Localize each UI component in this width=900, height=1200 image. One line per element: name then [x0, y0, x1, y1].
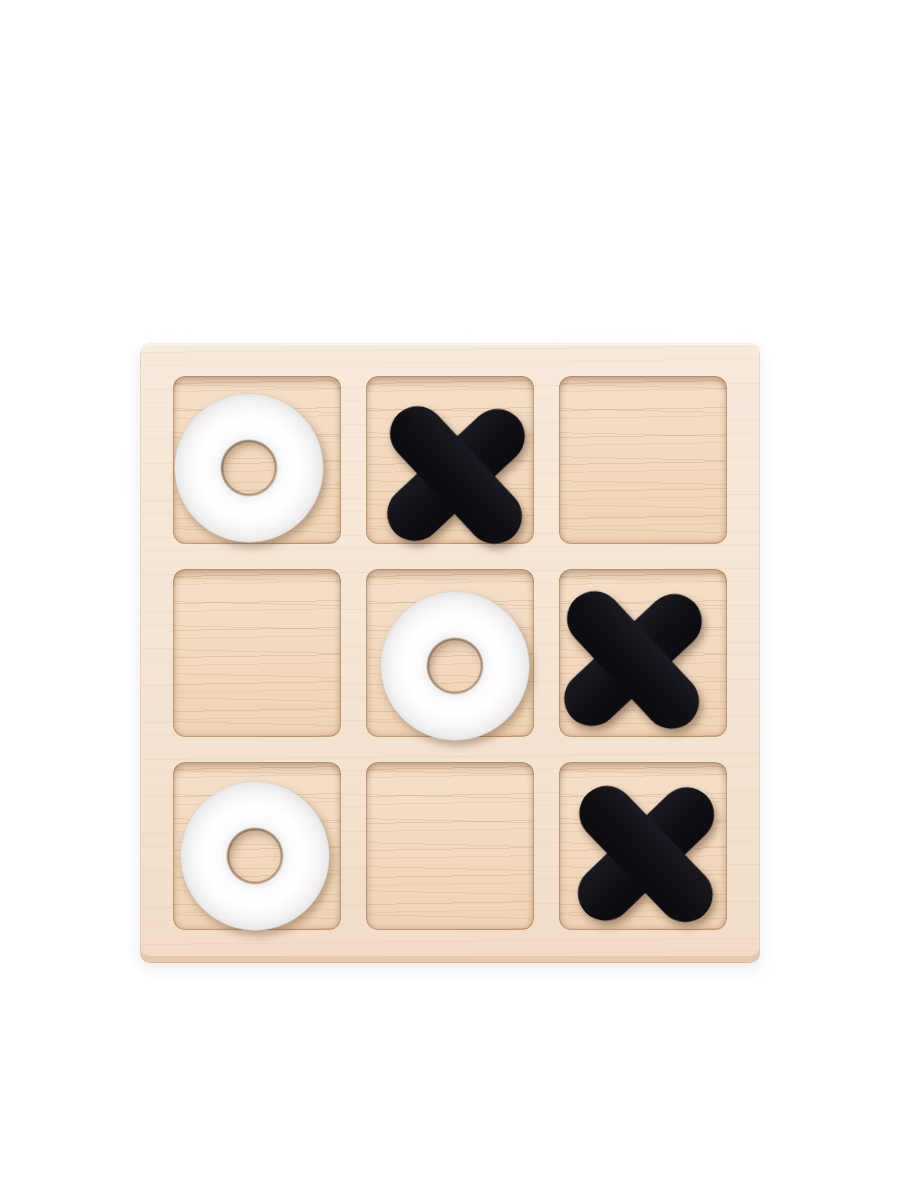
cell-r1c1[interactable]	[173, 376, 341, 544]
cell-r1c3[interactable]	[559, 376, 727, 544]
piece-o-ring[interactable]	[380, 591, 530, 741]
piece-o-ring[interactable]	[180, 781, 330, 931]
cell-r3c2[interactable]	[366, 762, 534, 930]
cell-r3c3[interactable]	[559, 762, 727, 930]
cell-r1c2[interactable]	[366, 376, 534, 544]
piece-x-cross[interactable]	[378, 397, 533, 552]
cell-r3c1[interactable]	[173, 762, 341, 930]
piece-x-cross[interactable]	[570, 778, 723, 931]
tic-tac-toe-board	[140, 343, 760, 963]
cell-r2c1[interactable]	[173, 569, 341, 737]
cell-r2c3[interactable]	[559, 569, 727, 737]
piece-x-cross[interactable]	[555, 582, 710, 737]
cell-r2c2[interactable]	[366, 569, 534, 737]
photo-canvas	[0, 0, 900, 1200]
piece-o-ring[interactable]	[174, 393, 324, 543]
